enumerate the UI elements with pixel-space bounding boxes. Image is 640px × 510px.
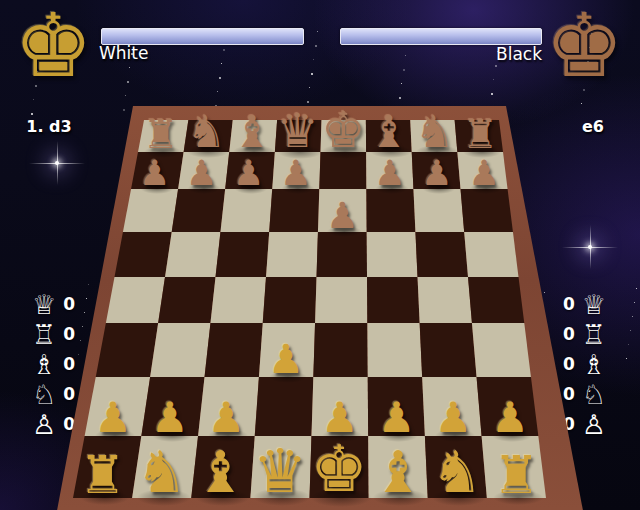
black-pawn[interactable]: ♟	[326, 198, 358, 234]
black-king[interactable]: ♚	[321, 106, 365, 155]
black-pawn[interactable]: ♟	[139, 156, 170, 191]
white-pawn[interactable]: ♟	[434, 397, 472, 439]
white-queen[interactable]: ♛	[253, 441, 307, 501]
black-pawn[interactable]: ♟	[421, 156, 452, 191]
black-pawn[interactable]: ♟	[374, 156, 405, 191]
white-rook[interactable]: ♜	[79, 449, 126, 501]
black-bishop[interactable]: ♝	[369, 110, 409, 154]
black-rook[interactable]: ♜	[462, 114, 498, 154]
white-pawn[interactable]: ♟	[208, 397, 246, 439]
black-queen[interactable]: ♛	[277, 108, 319, 155]
white-knight[interactable]: ♞	[136, 444, 187, 501]
black-pawn[interactable]: ♟	[280, 156, 311, 191]
white-bishop[interactable]: ♝	[195, 444, 246, 501]
black-pawn[interactable]: ♟	[233, 156, 264, 191]
black-pawn[interactable]: ♟	[186, 156, 217, 191]
chess-app-window: ♚ ♚ White Black 1. d3 e6 ♕ 0 ♖ 0 ♗ 0 ♘ 0…	[0, 0, 640, 510]
black-knight[interactable]: ♞	[187, 110, 227, 154]
black-bishop[interactable]: ♝	[232, 110, 272, 154]
black-knight[interactable]: ♞	[415, 110, 455, 154]
white-pawn[interactable]: ♟	[378, 397, 416, 439]
white-knight[interactable]: ♞	[432, 444, 483, 501]
black-rook[interactable]: ♜	[143, 114, 179, 154]
chess-board[interactable]: ♜♞♝♛♚♝♞♜♟♟♟♟♟♟♟♟♟♟♟♟♟♟♟♟♜♞♝♛♚♝♞♜	[0, 0, 640, 510]
white-pawn[interactable]: ♟	[151, 397, 189, 439]
white-pawn[interactable]: ♟	[94, 397, 132, 439]
white-bishop[interactable]: ♝	[372, 444, 423, 501]
white-rook[interactable]: ♜	[493, 449, 540, 501]
black-pawn[interactable]: ♟	[468, 156, 499, 191]
white-pawn[interactable]: ♟	[491, 397, 529, 439]
white-king[interactable]: ♚	[310, 438, 367, 502]
white-pawn[interactable]: ♟	[268, 339, 304, 379]
